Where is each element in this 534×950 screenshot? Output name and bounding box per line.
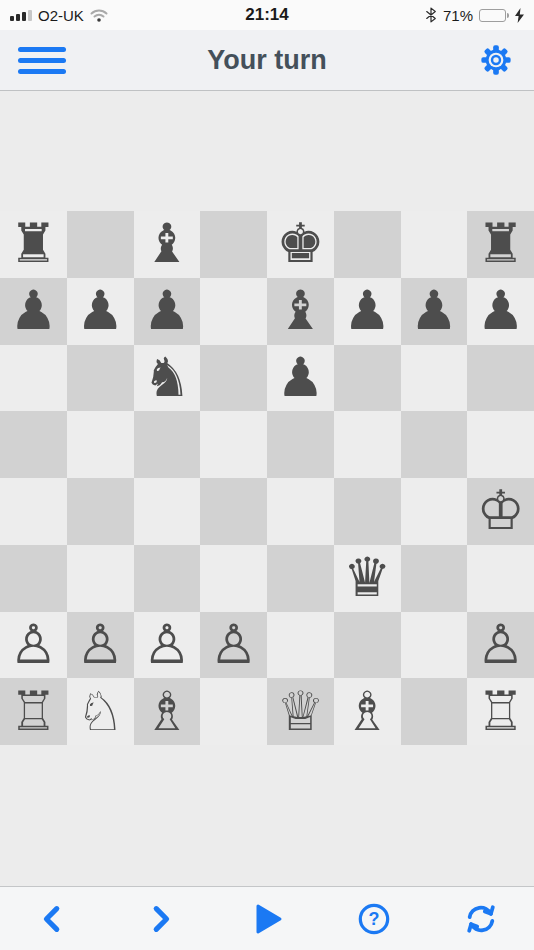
wifi-icon bbox=[90, 9, 108, 22]
square-a6[interactable] bbox=[0, 345, 67, 412]
black-pawn: ♟ bbox=[410, 284, 458, 338]
white-bishop: ♗ bbox=[143, 685, 191, 739]
square-f7[interactable]: ♟ bbox=[334, 278, 401, 345]
black-pawn: ♟ bbox=[76, 284, 124, 338]
white-pawn: ♙ bbox=[76, 618, 124, 672]
square-d1[interactable] bbox=[200, 678, 267, 745]
bottom-toolbar: ? bbox=[0, 886, 534, 950]
square-h6[interactable] bbox=[467, 345, 534, 412]
square-a2[interactable]: ♙ bbox=[0, 612, 67, 679]
white-rook: ♖ bbox=[476, 685, 524, 739]
square-c1[interactable]: ♗ bbox=[134, 678, 201, 745]
square-f8[interactable] bbox=[334, 211, 401, 278]
square-e6[interactable]: ♟ bbox=[267, 345, 334, 412]
square-e3[interactable] bbox=[267, 545, 334, 612]
square-g8[interactable] bbox=[401, 211, 468, 278]
black-bishop: ♝ bbox=[143, 217, 191, 271]
square-f4[interactable] bbox=[334, 478, 401, 545]
square-c7[interactable]: ♟ bbox=[134, 278, 201, 345]
square-e2[interactable] bbox=[267, 612, 334, 679]
square-g2[interactable] bbox=[401, 612, 468, 679]
black-pawn: ♟ bbox=[143, 284, 191, 338]
square-f3[interactable]: ♛ bbox=[334, 545, 401, 612]
square-e4[interactable] bbox=[267, 478, 334, 545]
white-pawn: ♙ bbox=[143, 618, 191, 672]
status-bar: O2-UK 21:14 71% bbox=[0, 0, 534, 30]
square-c2[interactable]: ♙ bbox=[134, 612, 201, 679]
white-knight: ♘ bbox=[76, 685, 124, 739]
help-icon: ? bbox=[357, 902, 391, 936]
square-h3[interactable] bbox=[467, 545, 534, 612]
square-c4[interactable] bbox=[134, 478, 201, 545]
refresh-icon bbox=[464, 902, 498, 936]
white-king: ♔ bbox=[476, 484, 524, 538]
square-c5[interactable] bbox=[134, 411, 201, 478]
black-rook: ♜ bbox=[476, 217, 524, 271]
square-b8[interactable] bbox=[67, 211, 134, 278]
carrier-label: O2-UK bbox=[38, 7, 84, 24]
square-g5[interactable] bbox=[401, 411, 468, 478]
square-a4[interactable] bbox=[0, 478, 67, 545]
square-f2[interactable] bbox=[334, 612, 401, 679]
signal-icon bbox=[10, 9, 32, 21]
black-pawn: ♟ bbox=[343, 284, 391, 338]
refresh-button[interactable] bbox=[427, 887, 534, 950]
square-h5[interactable] bbox=[467, 411, 534, 478]
gear-icon bbox=[479, 43, 513, 77]
chevron-right-icon bbox=[145, 903, 175, 935]
black-rook: ♜ bbox=[9, 217, 57, 271]
square-g1[interactable] bbox=[401, 678, 468, 745]
square-b3[interactable] bbox=[67, 545, 134, 612]
square-a3[interactable] bbox=[0, 545, 67, 612]
square-h7[interactable]: ♟ bbox=[467, 278, 534, 345]
help-button[interactable]: ? bbox=[320, 887, 427, 950]
forward-move-button[interactable] bbox=[107, 887, 214, 950]
white-pawn: ♙ bbox=[9, 618, 57, 672]
square-c6[interactable]: ♞ bbox=[134, 345, 201, 412]
square-d3[interactable] bbox=[200, 545, 267, 612]
black-king: ♚ bbox=[276, 217, 324, 271]
white-pawn: ♙ bbox=[476, 618, 524, 672]
square-d8[interactable] bbox=[200, 211, 267, 278]
black-pawn: ♟ bbox=[276, 351, 324, 405]
square-b4[interactable] bbox=[67, 478, 134, 545]
black-queen: ♛ bbox=[343, 551, 391, 605]
play-icon bbox=[251, 903, 283, 935]
square-g7[interactable]: ♟ bbox=[401, 278, 468, 345]
white-pawn: ♙ bbox=[209, 618, 257, 672]
square-h8[interactable]: ♜ bbox=[467, 211, 534, 278]
battery-percent-label: 71% bbox=[443, 7, 473, 24]
square-d4[interactable] bbox=[200, 478, 267, 545]
square-b1[interactable]: ♘ bbox=[67, 678, 134, 745]
square-h1[interactable]: ♖ bbox=[467, 678, 534, 745]
svg-text:?: ? bbox=[368, 909, 379, 929]
settings-button[interactable] bbox=[476, 40, 516, 80]
square-a5[interactable] bbox=[0, 411, 67, 478]
square-e1[interactable]: ♕ bbox=[267, 678, 334, 745]
square-f6[interactable] bbox=[334, 345, 401, 412]
back-move-button[interactable] bbox=[0, 887, 107, 950]
white-bishop: ♗ bbox=[343, 685, 391, 739]
app-screen: O2-UK 21:14 71% Your turn bbox=[0, 0, 534, 950]
square-b2[interactable]: ♙ bbox=[67, 612, 134, 679]
square-h2[interactable]: ♙ bbox=[467, 612, 534, 679]
square-d7[interactable] bbox=[200, 278, 267, 345]
square-g3[interactable] bbox=[401, 545, 468, 612]
charging-bolt-icon bbox=[515, 8, 524, 23]
square-c8[interactable]: ♝ bbox=[134, 211, 201, 278]
page-title: Your turn bbox=[0, 45, 534, 76]
square-f5[interactable] bbox=[334, 411, 401, 478]
square-d2[interactable]: ♙ bbox=[200, 612, 267, 679]
nav-bar: Your turn bbox=[0, 30, 534, 91]
square-a8[interactable]: ♜ bbox=[0, 211, 67, 278]
square-d6[interactable] bbox=[200, 345, 267, 412]
square-f1[interactable]: ♗ bbox=[334, 678, 401, 745]
chess-board: ♜♝♚♜♟♟♟♝♟♟♟♞♟♔♛♙♙♙♙♙♖♘♗♕♗♖ bbox=[0, 211, 534, 745]
square-h4[interactable]: ♔ bbox=[467, 478, 534, 545]
chevron-left-icon bbox=[38, 903, 68, 935]
white-rook: ♖ bbox=[9, 685, 57, 739]
play-button[interactable] bbox=[214, 887, 321, 950]
square-d5[interactable] bbox=[200, 411, 267, 478]
square-c3[interactable] bbox=[134, 545, 201, 612]
black-knight: ♞ bbox=[143, 351, 191, 405]
black-bishop: ♝ bbox=[276, 284, 324, 338]
square-g6[interactable] bbox=[401, 345, 468, 412]
white-queen: ♕ bbox=[276, 685, 324, 739]
square-e5[interactable] bbox=[267, 411, 334, 478]
bluetooth-icon bbox=[425, 7, 437, 23]
square-e8[interactable]: ♚ bbox=[267, 211, 334, 278]
black-pawn: ♟ bbox=[476, 284, 524, 338]
square-e7[interactable]: ♝ bbox=[267, 278, 334, 345]
square-b5[interactable] bbox=[67, 411, 134, 478]
square-a7[interactable]: ♟ bbox=[0, 278, 67, 345]
battery-icon bbox=[479, 9, 509, 22]
square-a1[interactable]: ♖ bbox=[0, 678, 67, 745]
menu-icon[interactable] bbox=[18, 47, 66, 74]
square-b7[interactable]: ♟ bbox=[67, 278, 134, 345]
square-g4[interactable] bbox=[401, 478, 468, 545]
square-b6[interactable] bbox=[67, 345, 134, 412]
black-pawn: ♟ bbox=[9, 284, 57, 338]
